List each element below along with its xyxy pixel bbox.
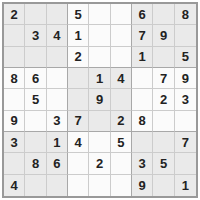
sudoku-cell[interactable]	[47, 4, 68, 25]
sudoku-cell[interactable]: 3	[175, 89, 196, 110]
sudoku-cell[interactable]	[153, 132, 174, 153]
sudoku-cell[interactable]: 3	[25, 25, 46, 46]
sudoku-cell[interactable]: 3	[132, 153, 153, 174]
sudoku-cell[interactable]	[153, 4, 174, 25]
sudoku-cell[interactable]: 2	[68, 47, 89, 68]
sudoku-cell[interactable]	[89, 111, 110, 132]
sudoku-cell[interactable]	[111, 25, 132, 46]
sudoku-cell[interactable]: 9	[153, 25, 174, 46]
sudoku-cell[interactable]	[111, 153, 132, 174]
sudoku-cell[interactable]: 7	[175, 132, 196, 153]
sudoku-cell[interactable]: 5	[68, 4, 89, 25]
sudoku-cell[interactable]: 5	[175, 47, 196, 68]
sudoku-cell[interactable]	[132, 89, 153, 110]
sudoku-cell[interactable]	[89, 132, 110, 153]
sudoku-cell[interactable]: 7	[68, 111, 89, 132]
sudoku-cell[interactable]: 4	[4, 175, 25, 196]
sudoku-cell[interactable]	[4, 25, 25, 46]
sudoku-cell[interactable]: 4	[111, 68, 132, 89]
sudoku-cell[interactable]	[4, 153, 25, 174]
sudoku-cell[interactable]	[153, 111, 174, 132]
sudoku-cell[interactable]	[68, 89, 89, 110]
sudoku-page: 2568341792158614795923937283145786235491	[0, 0, 200, 200]
sudoku-cell[interactable]	[175, 111, 196, 132]
sudoku-cell[interactable]	[25, 132, 46, 153]
sudoku-cell[interactable]	[68, 153, 89, 174]
sudoku-cell[interactable]: 7	[132, 25, 153, 46]
sudoku-cell[interactable]	[68, 68, 89, 89]
sudoku-cell[interactable]	[68, 175, 89, 196]
sudoku-cell[interactable]: 1	[68, 25, 89, 46]
sudoku-cell[interactable]: 7	[153, 68, 174, 89]
sudoku-cell[interactable]: 9	[89, 89, 110, 110]
sudoku-cell[interactable]: 6	[25, 68, 46, 89]
sudoku-cell[interactable]: 8	[4, 68, 25, 89]
sudoku-cell[interactable]: 2	[153, 89, 174, 110]
sudoku-cell[interactable]: 5	[111, 132, 132, 153]
sudoku-cell[interactable]	[25, 175, 46, 196]
sudoku-cell[interactable]: 3	[47, 111, 68, 132]
sudoku-cell[interactable]: 8	[25, 153, 46, 174]
sudoku-cell[interactable]: 1	[89, 68, 110, 89]
sudoku-cell[interactable]: 6	[47, 153, 68, 174]
sudoku-cell[interactable]	[25, 47, 46, 68]
sudoku-cell[interactable]	[4, 89, 25, 110]
sudoku-cell[interactable]: 1	[47, 132, 68, 153]
sudoku-cell[interactable]	[25, 4, 46, 25]
sudoku-cell[interactable]: 4	[68, 132, 89, 153]
sudoku-cell[interactable]	[111, 47, 132, 68]
sudoku-cell[interactable]: 5	[153, 153, 174, 174]
sudoku-cell[interactable]	[25, 111, 46, 132]
sudoku-cell[interactable]: 2	[111, 111, 132, 132]
sudoku-cell[interactable]	[111, 175, 132, 196]
sudoku-cell[interactable]: 1	[175, 175, 196, 196]
sudoku-cell[interactable]	[89, 25, 110, 46]
sudoku-cell[interactable]	[153, 47, 174, 68]
sudoku-cell[interactable]: 5	[25, 89, 46, 110]
sudoku-cell[interactable]	[89, 175, 110, 196]
sudoku-cell[interactable]	[47, 175, 68, 196]
sudoku-cell[interactable]: 9	[132, 175, 153, 196]
sudoku-cell[interactable]	[47, 68, 68, 89]
sudoku-cell[interactable]	[89, 47, 110, 68]
sudoku-cell[interactable]: 9	[175, 68, 196, 89]
sudoku-cell[interactable]: 6	[132, 4, 153, 25]
sudoku-cell[interactable]	[111, 89, 132, 110]
sudoku-cell[interactable]: 1	[132, 47, 153, 68]
sudoku-board: 2568341792158614795923937283145786235491	[2, 2, 198, 198]
sudoku-cell[interactable]: 8	[175, 4, 196, 25]
sudoku-cell[interactable]: 9	[4, 111, 25, 132]
sudoku-cell[interactable]	[132, 132, 153, 153]
sudoku-cell[interactable]: 2	[4, 4, 25, 25]
sudoku-cell[interactable]	[47, 89, 68, 110]
sudoku-cell[interactable]	[132, 68, 153, 89]
sudoku-cell[interactable]	[153, 175, 174, 196]
sudoku-cell[interactable]: 2	[89, 153, 110, 174]
sudoku-cell[interactable]	[89, 4, 110, 25]
sudoku-cell[interactable]: 3	[4, 132, 25, 153]
sudoku-cell[interactable]	[175, 153, 196, 174]
sudoku-cell[interactable]	[111, 4, 132, 25]
sudoku-cell[interactable]: 4	[47, 25, 68, 46]
sudoku-cell[interactable]	[47, 47, 68, 68]
sudoku-cell[interactable]	[175, 25, 196, 46]
sudoku-cell[interactable]	[4, 47, 25, 68]
sudoku-cell[interactable]: 8	[132, 111, 153, 132]
